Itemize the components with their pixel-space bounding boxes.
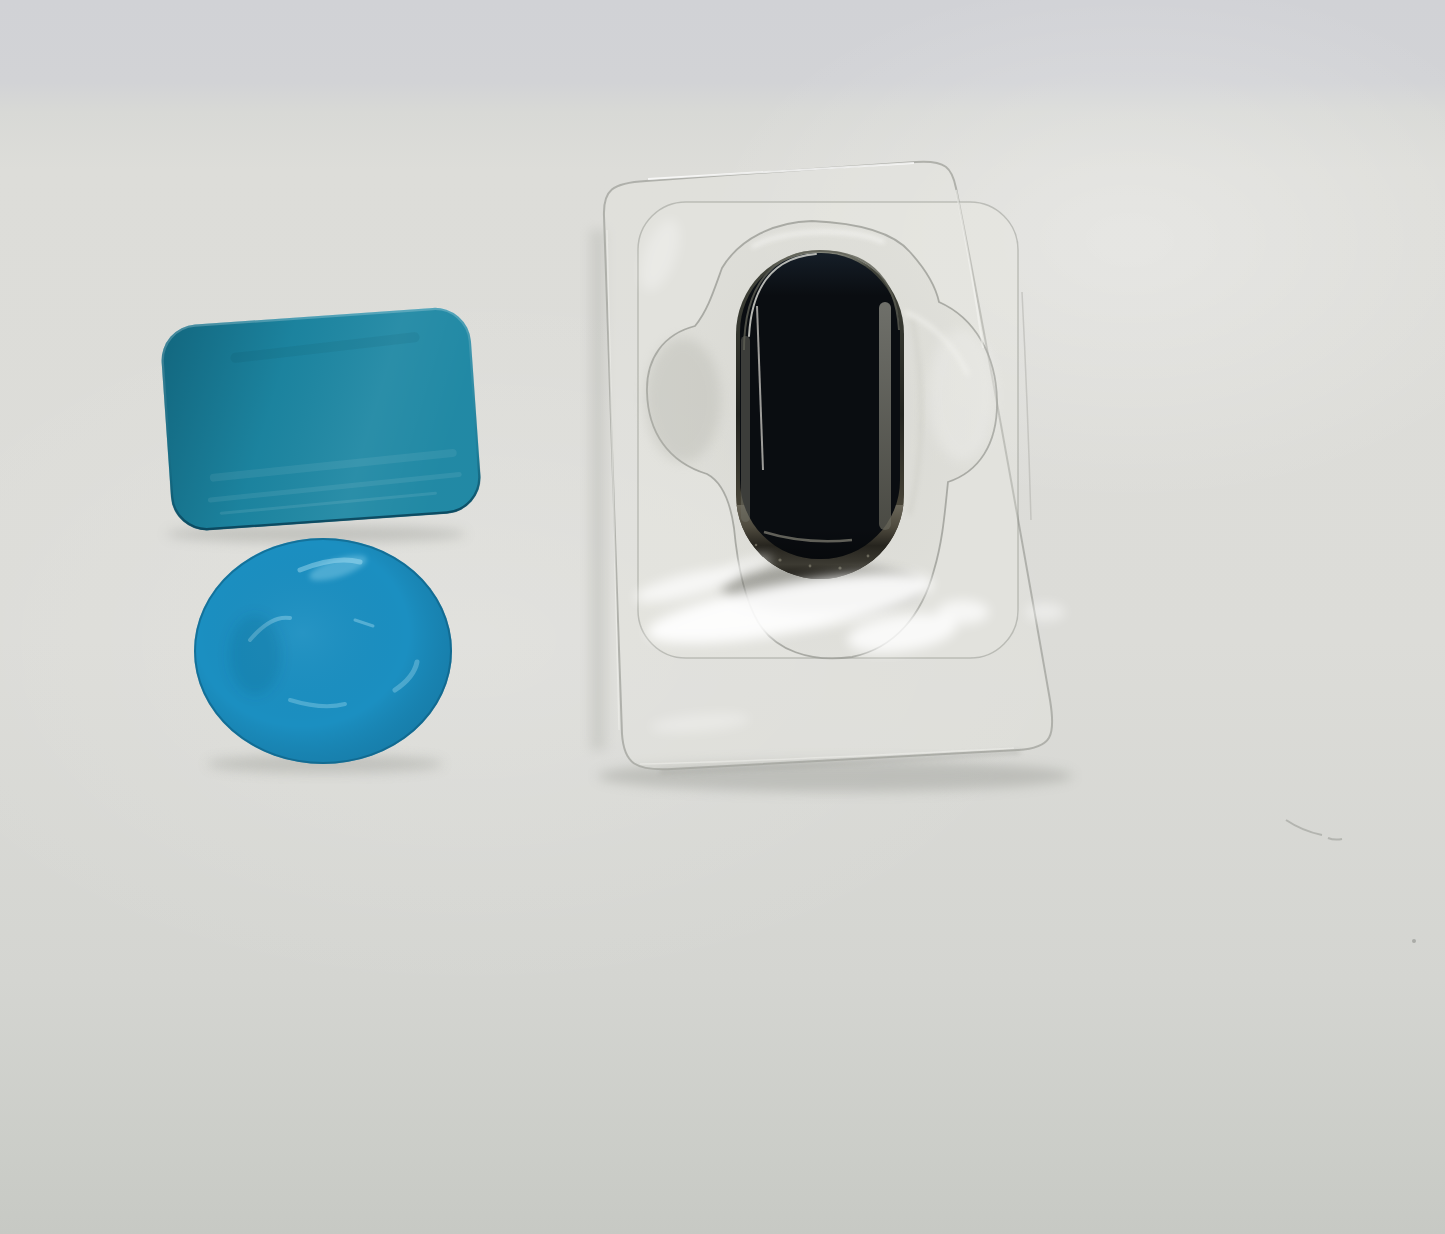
- rect-plate-group: [159, 305, 483, 543]
- blister-pack: [604, 162, 1065, 772]
- mount-left-metal-strip: [741, 336, 750, 522]
- surface-dust: [1286, 820, 1416, 943]
- mount-right-metal-strip: [879, 302, 891, 530]
- dust-speck: [1412, 939, 1416, 943]
- oval-plate-group: [194, 538, 452, 773]
- dust-smudge: [1286, 820, 1342, 840]
- rect-plate-shading: [159, 305, 483, 532]
- oval-plate-smudge: [229, 615, 281, 695]
- pack-right-fold-line: [1022, 292, 1031, 520]
- pack-left-shadow: [590, 230, 606, 750]
- cavity-left-lobe-shade: [645, 338, 721, 462]
- mount-face-tint: [740, 253, 900, 559]
- scene-svg: [0, 0, 1445, 1234]
- photo-scene: [0, 0, 1445, 1234]
- cavity-right-lobe-light: [928, 329, 996, 461]
